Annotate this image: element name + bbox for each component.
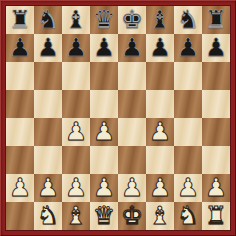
square-h1[interactable]: ♜ (202, 202, 230, 230)
square-e6[interactable] (118, 62, 146, 90)
white-pawn-d4[interactable]: ♟ (93, 118, 115, 146)
square-e8[interactable]: ♚ (118, 6, 146, 34)
square-a4[interactable] (6, 118, 34, 146)
square-g6[interactable] (174, 62, 202, 90)
black-pawn-g7[interactable]: ♟ (177, 34, 199, 62)
square-b5[interactable] (34, 90, 62, 118)
chess-board: ♜♞♝♛♚♝♞♜♟♟♟♟♟♟♟♟♟♟♟♟♟♟♟♟♟♟♟♞♝♛♚♝♞♜ (6, 6, 230, 230)
square-f8[interactable]: ♝ (146, 6, 174, 34)
square-c6[interactable] (62, 62, 90, 90)
square-e2[interactable]: ♟ (118, 174, 146, 202)
black-knight-b8[interactable]: ♞ (37, 6, 59, 34)
square-g1[interactable]: ♞ (174, 202, 202, 230)
square-f1[interactable]: ♝ (146, 202, 174, 230)
square-h5[interactable] (202, 90, 230, 118)
square-a8[interactable]: ♜ (6, 6, 34, 34)
black-rook-h8[interactable]: ♜ (205, 6, 227, 34)
square-e7[interactable]: ♟ (118, 34, 146, 62)
square-f3[interactable] (146, 146, 174, 174)
chess-board-frame: ♜♞♝♛♚♝♞♜♟♟♟♟♟♟♟♟♟♟♟♟♟♟♟♟♟♟♟♞♝♛♚♝♞♜ (0, 0, 236, 236)
square-c2[interactable]: ♟ (62, 174, 90, 202)
square-g2[interactable]: ♟ (174, 174, 202, 202)
white-queen-d1[interactable]: ♛ (93, 202, 115, 230)
white-pawn-c2[interactable]: ♟ (65, 174, 87, 202)
white-knight-b1[interactable]: ♞ (37, 202, 59, 230)
black-pawn-b7[interactable]: ♟ (37, 34, 59, 62)
square-f2[interactable]: ♟ (146, 174, 174, 202)
square-c7[interactable]: ♟ (62, 34, 90, 62)
square-h8[interactable]: ♜ (202, 6, 230, 34)
square-f4[interactable]: ♟ (146, 118, 174, 146)
square-d6[interactable] (90, 62, 118, 90)
square-d1[interactable]: ♛ (90, 202, 118, 230)
square-g3[interactable] (174, 146, 202, 174)
square-h3[interactable] (202, 146, 230, 174)
black-king-e8[interactable]: ♚ (121, 6, 143, 34)
square-b2[interactable]: ♟ (34, 174, 62, 202)
black-bishop-c8[interactable]: ♝ (65, 6, 87, 34)
white-pawn-f2[interactable]: ♟ (149, 174, 171, 202)
white-pawn-c4[interactable]: ♟ (65, 118, 87, 146)
square-d2[interactable]: ♟ (90, 174, 118, 202)
square-g8[interactable]: ♞ (174, 6, 202, 34)
square-h2[interactable]: ♟ (202, 174, 230, 202)
square-g7[interactable]: ♟ (174, 34, 202, 62)
square-b4[interactable] (34, 118, 62, 146)
square-c8[interactable]: ♝ (62, 6, 90, 34)
white-king-e1[interactable]: ♚ (121, 202, 143, 230)
white-bishop-f1[interactable]: ♝ (149, 202, 171, 230)
white-pawn-b2[interactable]: ♟ (37, 174, 59, 202)
square-a6[interactable] (6, 62, 34, 90)
square-b8[interactable]: ♞ (34, 6, 62, 34)
white-knight-g1[interactable]: ♞ (177, 202, 199, 230)
black-pawn-f7[interactable]: ♟ (149, 34, 171, 62)
square-h6[interactable] (202, 62, 230, 90)
square-a5[interactable] (6, 90, 34, 118)
square-a2[interactable]: ♟ (6, 174, 34, 202)
square-f5[interactable] (146, 90, 174, 118)
square-c4[interactable]: ♟ (62, 118, 90, 146)
square-c3[interactable] (62, 146, 90, 174)
square-d7[interactable]: ♟ (90, 34, 118, 62)
square-a1[interactable] (6, 202, 34, 230)
square-b1[interactable]: ♞ (34, 202, 62, 230)
square-d4[interactable]: ♟ (90, 118, 118, 146)
white-pawn-g2[interactable]: ♟ (177, 174, 199, 202)
black-rook-a8[interactable]: ♜ (9, 6, 31, 34)
black-pawn-d7[interactable]: ♟ (93, 34, 115, 62)
white-pawn-f4[interactable]: ♟ (149, 118, 171, 146)
white-pawn-a2[interactable]: ♟ (9, 174, 31, 202)
white-bishop-c1[interactable]: ♝ (65, 202, 87, 230)
square-h4[interactable] (202, 118, 230, 146)
square-f7[interactable]: ♟ (146, 34, 174, 62)
square-e5[interactable] (118, 90, 146, 118)
black-queen-d8[interactable]: ♛ (93, 6, 115, 34)
square-g5[interactable] (174, 90, 202, 118)
square-h7[interactable]: ♟ (202, 34, 230, 62)
square-f6[interactable] (146, 62, 174, 90)
black-bishop-f8[interactable]: ♝ (149, 6, 171, 34)
square-e4[interactable] (118, 118, 146, 146)
square-g4[interactable] (174, 118, 202, 146)
square-d3[interactable] (90, 146, 118, 174)
square-e1[interactable]: ♚ (118, 202, 146, 230)
square-e3[interactable] (118, 146, 146, 174)
white-pawn-d2[interactable]: ♟ (93, 174, 115, 202)
black-pawn-c7[interactable]: ♟ (65, 34, 87, 62)
square-a3[interactable] (6, 146, 34, 174)
square-c5[interactable] (62, 90, 90, 118)
white-pawn-e2[interactable]: ♟ (121, 174, 143, 202)
square-d8[interactable]: ♛ (90, 6, 118, 34)
square-b3[interactable] (34, 146, 62, 174)
white-pawn-h2[interactable]: ♟ (205, 174, 227, 202)
square-d5[interactable] (90, 90, 118, 118)
black-pawn-a7[interactable]: ♟ (9, 34, 31, 62)
square-a7[interactable]: ♟ (6, 34, 34, 62)
black-pawn-h7[interactable]: ♟ (205, 34, 227, 62)
white-rook-h1[interactable]: ♜ (205, 202, 227, 230)
square-b6[interactable] (34, 62, 62, 90)
black-knight-g8[interactable]: ♞ (177, 6, 199, 34)
black-pawn-e7[interactable]: ♟ (121, 34, 143, 62)
square-c1[interactable]: ♝ (62, 202, 90, 230)
square-b7[interactable]: ♟ (34, 34, 62, 62)
